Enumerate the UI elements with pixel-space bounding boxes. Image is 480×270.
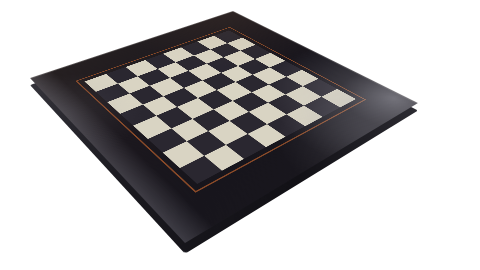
product-photo — [0, 0, 480, 270]
chess-board — [30, 11, 418, 243]
